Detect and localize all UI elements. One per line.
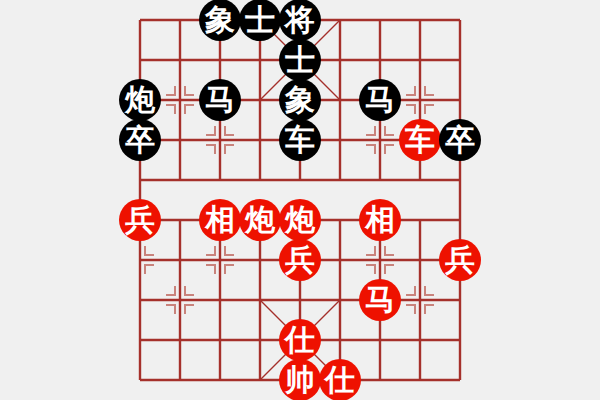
piece-red-horse[interactable]: 马 — [359, 279, 401, 321]
piece-red-soldier[interactable]: 兵 — [119, 199, 161, 241]
piece-black-soldier[interactable]: 卒 — [119, 119, 161, 161]
piece-black-elephant[interactable]: 象 — [279, 79, 321, 121]
piece-red-soldier[interactable]: 兵 — [439, 239, 481, 281]
piece-red-advisor[interactable]: 仕 — [279, 319, 321, 361]
piece-black-elephant[interactable]: 象 — [199, 0, 241, 41]
piece-red-elephant[interactable]: 相 — [359, 199, 401, 241]
piece-red-general[interactable]: 帅 — [279, 359, 321, 400]
piece-black-horse[interactable]: 马 — [199, 79, 241, 121]
xiangqi-app: 象士将士炮马象马卒车车卒兵相炮炮相兵兵马仕帅仕 — [0, 0, 600, 400]
piece-red-cannon[interactable]: 炮 — [239, 199, 281, 241]
piece-red-elephant[interactable]: 相 — [199, 199, 241, 241]
piece-black-soldier[interactable]: 卒 — [439, 119, 481, 161]
piece-black-general[interactable]: 将 — [279, 0, 321, 41]
xiangqi-board[interactable]: 象士将士炮马象马卒车车卒兵相炮炮相兵兵马仕帅仕 — [120, 0, 480, 400]
piece-black-cannon[interactable]: 炮 — [119, 79, 161, 121]
piece-black-chariot[interactable]: 车 — [279, 119, 321, 161]
piece-red-advisor[interactable]: 仕 — [319, 359, 361, 400]
piece-red-soldier[interactable]: 兵 — [279, 239, 321, 281]
piece-black-advisor[interactable]: 士 — [279, 39, 321, 81]
piece-red-cannon[interactable]: 炮 — [279, 199, 321, 241]
piece-red-chariot[interactable]: 车 — [399, 119, 441, 161]
piece-black-horse[interactable]: 马 — [359, 79, 401, 121]
piece-black-advisor[interactable]: 士 — [239, 0, 281, 41]
